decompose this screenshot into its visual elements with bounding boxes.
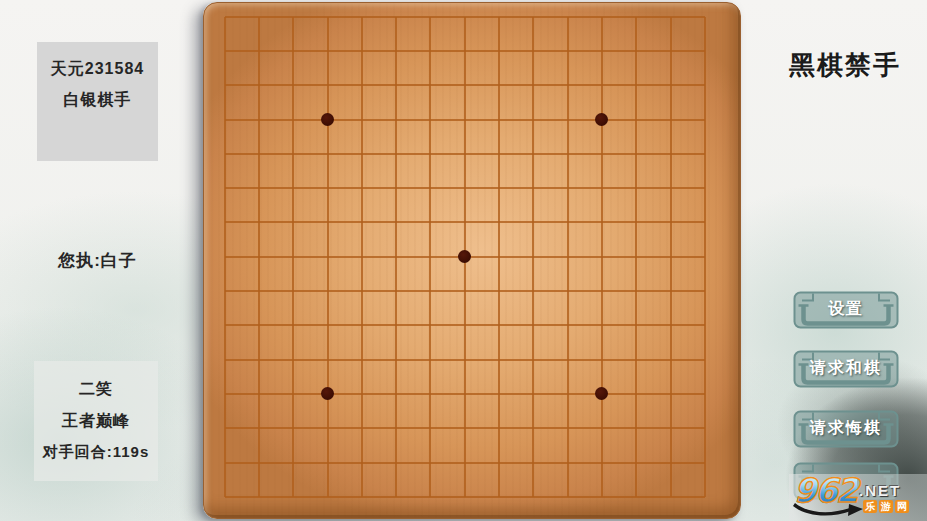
board-intersection[interactable] bbox=[276, 68, 310, 102]
board-intersection[interactable] bbox=[379, 205, 413, 239]
board-intersection[interactable] bbox=[379, 445, 413, 479]
board-intersection[interactable] bbox=[310, 240, 344, 274]
request-undo-button-label: 请求悔棋 bbox=[793, 418, 899, 439]
board-intersection[interactable] bbox=[276, 411, 310, 445]
board-intersection[interactable] bbox=[516, 274, 550, 308]
board-intersection[interactable] bbox=[688, 34, 722, 68]
board-intersection[interactable] bbox=[242, 102, 276, 136]
opponent-turn-timer: 对手回合:119s bbox=[43, 443, 150, 462]
board-intersection[interactable] bbox=[482, 171, 516, 205]
player-bottom-panel: 二笑 王者巅峰 对手回合:119s bbox=[34, 361, 158, 481]
board-intersection[interactable] bbox=[413, 274, 447, 308]
board-intersection[interactable] bbox=[208, 171, 242, 205]
board-intersection[interactable] bbox=[310, 0, 344, 34]
board-intersection[interactable] bbox=[448, 342, 482, 376]
board-intersection[interactable] bbox=[653, 240, 687, 274]
board-intersection[interactable] bbox=[413, 480, 447, 514]
board-intersection[interactable] bbox=[413, 68, 447, 102]
board-intersection[interactable] bbox=[276, 445, 310, 479]
board-intersection[interactable] bbox=[516, 137, 550, 171]
board-intersection[interactable] bbox=[653, 274, 687, 308]
board-intersection[interactable] bbox=[345, 102, 379, 136]
player-bottom-rank: 王者巅峰 bbox=[62, 411, 130, 432]
board-intersection[interactable] bbox=[516, 377, 550, 411]
board-intersection[interactable] bbox=[345, 342, 379, 376]
board-intersection[interactable] bbox=[413, 308, 447, 342]
board-intersection[interactable] bbox=[688, 377, 722, 411]
board-intersection[interactable] bbox=[482, 377, 516, 411]
board-intersection[interactable] bbox=[448, 445, 482, 479]
board-intersection[interactable] bbox=[619, 342, 653, 376]
board-intersection[interactable] bbox=[379, 274, 413, 308]
board-intersection[interactable] bbox=[379, 480, 413, 514]
board-intersection[interactable] bbox=[310, 274, 344, 308]
board-intersection[interactable] bbox=[550, 411, 584, 445]
board-intersection[interactable] bbox=[585, 0, 619, 34]
board-intersection[interactable] bbox=[208, 240, 242, 274]
board-intersection[interactable] bbox=[242, 137, 276, 171]
board-intersection[interactable] bbox=[345, 205, 379, 239]
board-intersection[interactable] bbox=[242, 68, 276, 102]
board-intersection[interactable] bbox=[276, 171, 310, 205]
board-intersection[interactable] bbox=[688, 445, 722, 479]
board-intersection[interactable] bbox=[310, 308, 344, 342]
board-intersection[interactable] bbox=[208, 308, 242, 342]
board-intersection[interactable] bbox=[516, 308, 550, 342]
board-intersection[interactable] bbox=[619, 171, 653, 205]
board-intersection[interactable] bbox=[688, 102, 722, 136]
board-intersection[interactable] bbox=[379, 308, 413, 342]
swoosh-arrow-icon bbox=[791, 501, 867, 519]
board-intersection[interactable] bbox=[482, 308, 516, 342]
board-intersection[interactable] bbox=[413, 102, 447, 136]
board-intersection[interactable] bbox=[242, 171, 276, 205]
board-intersection[interactable] bbox=[516, 205, 550, 239]
board-intersection[interactable] bbox=[345, 240, 379, 274]
board-intersection[interactable] bbox=[413, 34, 447, 68]
board-intersection[interactable] bbox=[550, 240, 584, 274]
star-point bbox=[321, 113, 334, 126]
site-watermark: 962 .NET 乐 游 网 bbox=[789, 474, 927, 521]
board-intersection[interactable] bbox=[310, 445, 344, 479]
board-intersection[interactable] bbox=[208, 137, 242, 171]
board-intersection[interactable] bbox=[448, 34, 482, 68]
board-intersection[interactable] bbox=[585, 445, 619, 479]
board-intersection[interactable] bbox=[345, 68, 379, 102]
board-intersection[interactable] bbox=[619, 274, 653, 308]
board-intersection[interactable] bbox=[653, 102, 687, 136]
star-point bbox=[595, 387, 608, 400]
side-assignment-label: 您执:白子 bbox=[37, 249, 158, 272]
site-char: 游 bbox=[879, 500, 893, 513]
board-intersection[interactable] bbox=[482, 240, 516, 274]
board-intersection[interactable] bbox=[653, 411, 687, 445]
settings-button[interactable]: 设置 bbox=[793, 291, 899, 329]
board-intersection[interactable] bbox=[619, 102, 653, 136]
board-intersection[interactable] bbox=[550, 102, 584, 136]
board-intersection[interactable] bbox=[619, 445, 653, 479]
board-intersection[interactable] bbox=[242, 308, 276, 342]
board-intersection[interactable] bbox=[653, 68, 687, 102]
board-intersection[interactable] bbox=[516, 342, 550, 376]
board-intersection[interactable] bbox=[310, 205, 344, 239]
board-grid[interactable] bbox=[208, 0, 722, 514]
request-draw-button[interactable]: 请求和棋 bbox=[793, 350, 899, 388]
board-intersection[interactable] bbox=[482, 68, 516, 102]
board-intersection[interactable] bbox=[516, 480, 550, 514]
board-intersection[interactable] bbox=[585, 377, 619, 411]
board-intersection[interactable] bbox=[653, 205, 687, 239]
board-intersection[interactable] bbox=[550, 0, 584, 34]
board-intersection[interactable] bbox=[688, 480, 722, 514]
board-intersection[interactable] bbox=[688, 137, 722, 171]
board-intersection[interactable] bbox=[448, 377, 482, 411]
board-intersection[interactable] bbox=[208, 377, 242, 411]
board-intersection[interactable] bbox=[550, 274, 584, 308]
board-intersection[interactable] bbox=[413, 137, 447, 171]
board-intersection[interactable] bbox=[619, 137, 653, 171]
board-intersection[interactable] bbox=[688, 171, 722, 205]
board-intersection[interactable] bbox=[482, 274, 516, 308]
board-intersection[interactable] bbox=[276, 274, 310, 308]
board-intersection[interactable] bbox=[310, 102, 344, 136]
board-intersection[interactable] bbox=[688, 0, 722, 34]
board-intersection[interactable] bbox=[448, 137, 482, 171]
board-intersection[interactable] bbox=[242, 445, 276, 479]
board-intersection[interactable] bbox=[310, 480, 344, 514]
board-intersection[interactable] bbox=[310, 377, 344, 411]
board-intersection[interactable] bbox=[413, 171, 447, 205]
board-intersection[interactable] bbox=[653, 342, 687, 376]
board-intersection[interactable] bbox=[276, 34, 310, 68]
board-intersection[interactable] bbox=[242, 377, 276, 411]
board-intersection[interactable] bbox=[585, 240, 619, 274]
board-intersection[interactable] bbox=[379, 34, 413, 68]
board-intersection[interactable] bbox=[208, 445, 242, 479]
board-intersection[interactable] bbox=[345, 308, 379, 342]
board-intersection[interactable] bbox=[448, 102, 482, 136]
board-intersection[interactable] bbox=[653, 171, 687, 205]
board-intersection[interactable] bbox=[448, 171, 482, 205]
board-intersection[interactable] bbox=[242, 274, 276, 308]
board-intersection[interactable] bbox=[585, 102, 619, 136]
board-intersection[interactable] bbox=[550, 480, 584, 514]
board-intersection[interactable] bbox=[550, 171, 584, 205]
board-intersection[interactable] bbox=[550, 137, 584, 171]
watermark-site-name: 乐 游 网 bbox=[863, 500, 909, 513]
board-intersection[interactable] bbox=[448, 308, 482, 342]
board-intersection[interactable] bbox=[448, 205, 482, 239]
board-intersection[interactable] bbox=[448, 274, 482, 308]
board-intersection[interactable] bbox=[310, 411, 344, 445]
board-intersection[interactable] bbox=[585, 171, 619, 205]
board-intersection[interactable] bbox=[516, 171, 550, 205]
board-intersection[interactable] bbox=[276, 308, 310, 342]
board-intersection[interactable] bbox=[276, 377, 310, 411]
board-intersection[interactable] bbox=[379, 68, 413, 102]
board-intersection[interactable] bbox=[448, 0, 482, 34]
board-intersection[interactable] bbox=[619, 377, 653, 411]
board-intersection[interactable] bbox=[482, 205, 516, 239]
board-intersection[interactable] bbox=[379, 0, 413, 34]
board-intersection[interactable] bbox=[242, 480, 276, 514]
board-intersection[interactable] bbox=[482, 102, 516, 136]
board-intersection[interactable] bbox=[413, 205, 447, 239]
board-intersection[interactable] bbox=[550, 205, 584, 239]
board-intersection[interactable] bbox=[413, 411, 447, 445]
board-intersection[interactable] bbox=[242, 240, 276, 274]
watermark-net-suffix: .NET bbox=[859, 482, 901, 499]
board-intersection[interactable] bbox=[688, 342, 722, 376]
board-intersection[interactable] bbox=[208, 480, 242, 514]
board-intersection[interactable] bbox=[208, 68, 242, 102]
board-intersection[interactable] bbox=[345, 274, 379, 308]
request-draw-button-label: 请求和棋 bbox=[793, 358, 899, 379]
board-intersection[interactable] bbox=[208, 34, 242, 68]
board-intersection[interactable] bbox=[516, 240, 550, 274]
board-intersection[interactable] bbox=[482, 445, 516, 479]
board-intersection[interactable] bbox=[516, 102, 550, 136]
board-intersection[interactable] bbox=[413, 445, 447, 479]
board-intersection[interactable] bbox=[653, 445, 687, 479]
board-intersection[interactable] bbox=[208, 342, 242, 376]
board-intersection[interactable] bbox=[619, 0, 653, 34]
board-intersection[interactable] bbox=[482, 480, 516, 514]
board-intersection[interactable] bbox=[619, 205, 653, 239]
board-intersection[interactable] bbox=[619, 308, 653, 342]
board-intersection[interactable] bbox=[276, 102, 310, 136]
board-intersection[interactable] bbox=[242, 342, 276, 376]
board-intersection[interactable] bbox=[516, 445, 550, 479]
board-intersection[interactable] bbox=[516, 0, 550, 34]
site-char: 网 bbox=[895, 500, 909, 513]
board-intersection[interactable] bbox=[585, 205, 619, 239]
board-intersection[interactable] bbox=[379, 240, 413, 274]
board-intersection[interactable] bbox=[413, 342, 447, 376]
board-intersection[interactable] bbox=[482, 342, 516, 376]
board-intersection[interactable] bbox=[208, 205, 242, 239]
player-top-panel: 天元231584 白银棋手 bbox=[37, 42, 158, 161]
player-top-rank: 白银棋手 bbox=[64, 90, 132, 111]
board-intersection[interactable] bbox=[310, 342, 344, 376]
board-intersection[interactable] bbox=[516, 34, 550, 68]
board-intersection[interactable] bbox=[379, 137, 413, 171]
board-intersection[interactable] bbox=[585, 342, 619, 376]
board-intersection[interactable] bbox=[482, 137, 516, 171]
board-intersection[interactable] bbox=[550, 34, 584, 68]
board-intersection[interactable] bbox=[310, 137, 344, 171]
board-intersection[interactable] bbox=[619, 480, 653, 514]
request-undo-button[interactable]: 请求悔棋 bbox=[793, 410, 899, 448]
board-intersection[interactable] bbox=[482, 411, 516, 445]
player-bottom-name: 二笑 bbox=[79, 379, 113, 400]
board-intersection[interactable] bbox=[482, 34, 516, 68]
board-intersection[interactable] bbox=[653, 308, 687, 342]
board-intersection[interactable] bbox=[688, 308, 722, 342]
board-intersection[interactable] bbox=[448, 240, 482, 274]
board-intersection[interactable] bbox=[276, 0, 310, 34]
board-intersection[interactable] bbox=[516, 68, 550, 102]
board-intersection[interactable] bbox=[448, 480, 482, 514]
board-intersection[interactable] bbox=[585, 480, 619, 514]
board-intersection[interactable] bbox=[585, 411, 619, 445]
board-intersection[interactable] bbox=[619, 240, 653, 274]
board-intersection[interactable] bbox=[276, 205, 310, 239]
board-intersection[interactable] bbox=[242, 34, 276, 68]
board-intersection[interactable] bbox=[276, 480, 310, 514]
board-intersection[interactable] bbox=[688, 411, 722, 445]
board-intersection[interactable] bbox=[208, 102, 242, 136]
board-intersection[interactable] bbox=[379, 342, 413, 376]
board-intersection[interactable] bbox=[242, 0, 276, 34]
board-intersection[interactable] bbox=[448, 68, 482, 102]
board-intersection[interactable] bbox=[345, 34, 379, 68]
board-intersection[interactable] bbox=[653, 34, 687, 68]
rule-banner: 黑棋禁手 bbox=[779, 48, 911, 83]
board-intersection[interactable] bbox=[379, 171, 413, 205]
board-intersection[interactable] bbox=[413, 377, 447, 411]
star-point bbox=[458, 250, 471, 263]
board-intersection[interactable] bbox=[413, 240, 447, 274]
board-intersection[interactable] bbox=[619, 34, 653, 68]
board-intersection[interactable] bbox=[585, 137, 619, 171]
board-intersection[interactable] bbox=[550, 445, 584, 479]
board-intersection[interactable] bbox=[379, 377, 413, 411]
board-intersection[interactable] bbox=[208, 0, 242, 34]
board-intersection[interactable] bbox=[345, 171, 379, 205]
board-intersection[interactable] bbox=[448, 411, 482, 445]
board-intersection[interactable] bbox=[482, 0, 516, 34]
gomoku-board[interactable] bbox=[203, 2, 741, 519]
board-intersection[interactable] bbox=[619, 68, 653, 102]
board-intersection[interactable] bbox=[276, 137, 310, 171]
board-intersection[interactable] bbox=[379, 411, 413, 445]
board-intersection[interactable] bbox=[550, 342, 584, 376]
board-intersection[interactable] bbox=[585, 308, 619, 342]
board-intersection[interactable] bbox=[688, 240, 722, 274]
board-intersection[interactable] bbox=[550, 68, 584, 102]
board-intersection[interactable] bbox=[310, 34, 344, 68]
board-intersection[interactable] bbox=[653, 377, 687, 411]
board-intersection[interactable] bbox=[653, 137, 687, 171]
board-intersection[interactable] bbox=[276, 240, 310, 274]
board-intersection[interactable] bbox=[345, 377, 379, 411]
board-intersection[interactable] bbox=[276, 342, 310, 376]
board-intersection[interactable] bbox=[516, 411, 550, 445]
board-intersection[interactable] bbox=[208, 411, 242, 445]
board-intersection[interactable] bbox=[242, 205, 276, 239]
board-intersection[interactable] bbox=[310, 68, 344, 102]
board-intersection[interactable] bbox=[585, 274, 619, 308]
board-intersection[interactable] bbox=[550, 377, 584, 411]
board-intersection[interactable] bbox=[310, 171, 344, 205]
board-intersection[interactable] bbox=[345, 411, 379, 445]
board-intersection[interactable] bbox=[688, 274, 722, 308]
star-point bbox=[321, 387, 334, 400]
board-intersection[interactable] bbox=[653, 480, 687, 514]
player-top-name: 天元231584 bbox=[51, 59, 144, 80]
board-intersection[interactable] bbox=[619, 411, 653, 445]
board-intersection[interactable] bbox=[379, 102, 413, 136]
board-intersection[interactable] bbox=[550, 308, 584, 342]
settings-button-label: 设置 bbox=[793, 299, 899, 320]
board-intersection[interactable] bbox=[653, 0, 687, 34]
board-intersection[interactable] bbox=[345, 480, 379, 514]
board-intersection[interactable] bbox=[345, 137, 379, 171]
board-intersection[interactable] bbox=[585, 34, 619, 68]
board-intersection[interactable] bbox=[413, 0, 447, 34]
board-intersection[interactable] bbox=[345, 0, 379, 34]
board-intersection[interactable] bbox=[688, 68, 722, 102]
board-intersection[interactable] bbox=[585, 68, 619, 102]
board-intersection[interactable] bbox=[688, 205, 722, 239]
board-intersection[interactable] bbox=[345, 445, 379, 479]
board-intersection[interactable] bbox=[242, 411, 276, 445]
gomoku-game-screen: 天元231584 白银棋手 您执:白子 二笑 王者巅峰 对手回合:119s 黑棋… bbox=[0, 0, 927, 521]
board-intersection[interactable] bbox=[208, 274, 242, 308]
star-point bbox=[595, 113, 608, 126]
